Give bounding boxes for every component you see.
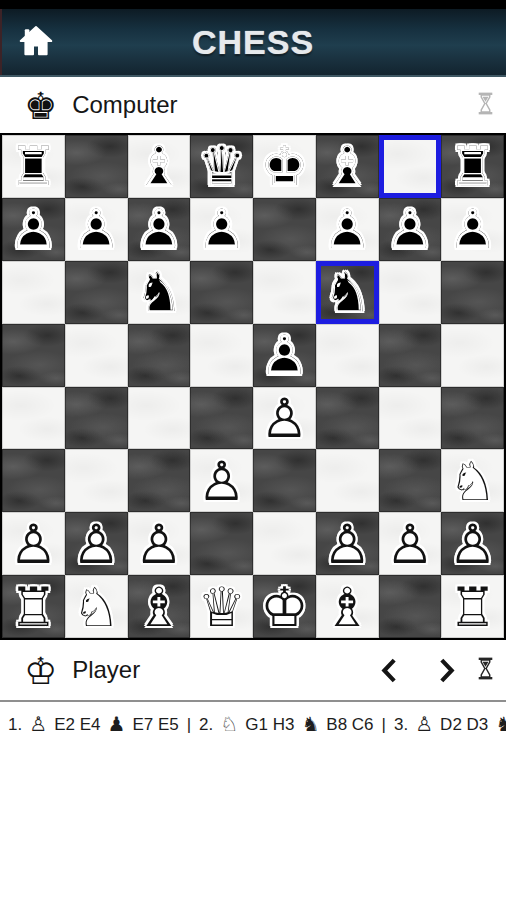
black-knight-icon: ♞ [495, 714, 506, 734]
square-a5[interactable] [2, 324, 65, 387]
next-move-button[interactable] [437, 657, 457, 684]
square-a3[interactable] [2, 449, 65, 512]
piece-white-knight: ♞ ♘ [441, 449, 504, 512]
piece-white-pawn: ♟ ♙ [65, 512, 128, 575]
piece-black-pawn: ♟ ♙ [253, 324, 316, 387]
square-e2[interactable] [253, 512, 316, 575]
square-f1[interactable]: ♝ ♗ [316, 575, 379, 638]
square-c1[interactable]: ♝ ♗ [128, 575, 191, 638]
square-b3[interactable] [65, 449, 128, 512]
square-f3[interactable] [316, 449, 379, 512]
square-b5[interactable] [65, 324, 128, 387]
square-e7[interactable] [253, 198, 316, 261]
move-separator: | [381, 715, 387, 735]
square-h4[interactable] [441, 387, 504, 450]
square-d4[interactable] [190, 387, 253, 450]
player-label: Player [72, 656, 140, 684]
square-c7[interactable]: ♟ ♙ [128, 198, 191, 261]
square-e8[interactable]: ♚ ♔ [253, 135, 316, 198]
square-f5[interactable] [316, 324, 379, 387]
square-a1[interactable]: ♜ ♖ [2, 575, 65, 638]
chevron-right-icon [437, 657, 457, 684]
piece-black-pawn: ♟ ♙ [379, 198, 442, 261]
square-h2[interactable]: ♟ ♙ [441, 512, 504, 575]
square-d1[interactable]: ♛ ♕ [190, 575, 253, 638]
square-c2[interactable]: ♟ ♙ [128, 512, 191, 575]
piece-white-pawn: ♟ ♙ [316, 512, 379, 575]
piece-black-bishop: ♝ ♗ [128, 135, 191, 198]
status-bar [0, 0, 506, 9]
square-f8[interactable]: ♝ ♗ [316, 135, 379, 198]
move-text: B8 C6 [326, 715, 373, 735]
black-king-icon: ♚ [24, 88, 57, 125]
square-f6-highlighted[interactable]: ♞ ♘ [316, 261, 379, 324]
square-b1[interactable]: ♞ ♘ [65, 575, 128, 638]
piece-white-bishop: ♝ ♗ [128, 575, 191, 638]
square-h5[interactable] [441, 324, 504, 387]
square-d3[interactable]: ♟ ♙ [190, 449, 253, 512]
hourglass-icon [477, 92, 494, 119]
square-g4[interactable] [379, 387, 442, 450]
chess-board: ♜ ♖ ♝ ♗ ♛ ♕ ♚ ♔ ♝ ♗ ♜ ♖ [0, 133, 506, 640]
move-text: E2 E4 [54, 715, 100, 735]
move-list: 1. ♙ E2 E4 ♟ E7 E5 | 2. ♘ G1 H3 ♞ B8 C6 … [0, 702, 506, 735]
app-header: CHESS [0, 9, 506, 77]
piece-black-rook: ♜ ♖ [2, 135, 65, 198]
square-e6[interactable] [253, 261, 316, 324]
square-h1[interactable]: ♜ ♖ [441, 575, 504, 638]
piece-black-king: ♚ ♔ [253, 135, 316, 198]
black-pawn-icon: ♟ [107, 714, 125, 734]
piece-black-bishop: ♝ ♗ [316, 135, 379, 198]
square-a6[interactable] [2, 261, 65, 324]
square-c3[interactable] [128, 449, 191, 512]
square-d5[interactable] [190, 324, 253, 387]
piece-black-pawn: ♟ ♙ [316, 198, 379, 261]
hourglass-icon [477, 657, 494, 684]
move-number: 2. [199, 715, 213, 735]
header-left-edge [0, 9, 2, 75]
move-text: E7 E5 [132, 715, 178, 735]
square-b4[interactable] [65, 387, 128, 450]
page-title: CHESS [192, 23, 314, 62]
home-button[interactable] [16, 25, 56, 59]
square-h7[interactable]: ♟ ♙ [441, 198, 504, 261]
computer-label: Computer [72, 91, 177, 119]
square-h3[interactable]: ♞ ♘ [441, 449, 504, 512]
square-b6[interactable] [65, 261, 128, 324]
square-h8[interactable]: ♜ ♖ [441, 135, 504, 198]
move-text: D2 D3 [440, 715, 488, 735]
square-a7[interactable]: ♟ ♙ [2, 198, 65, 261]
square-c6[interactable]: ♞ ♘ [128, 261, 191, 324]
square-f2[interactable]: ♟ ♙ [316, 512, 379, 575]
square-f4[interactable] [316, 387, 379, 450]
move-separator: | [186, 715, 192, 735]
piece-black-pawn: ♟ ♙ [128, 198, 191, 261]
move-number: 3. [394, 715, 408, 735]
square-a2[interactable]: ♟ ♙ [2, 512, 65, 575]
piece-black-knight: ♞ ♘ [128, 261, 191, 324]
piece-black-pawn: ♟ ♙ [2, 198, 65, 261]
piece-black-rook: ♜ ♖ [441, 135, 504, 198]
piece-black-knight: ♞ ♘ [316, 261, 379, 324]
square-d2[interactable] [190, 512, 253, 575]
square-e5[interactable]: ♟ ♙ [253, 324, 316, 387]
square-g8-highlighted[interactable] [379, 135, 442, 198]
piece-black-pawn: ♟ ♙ [65, 198, 128, 261]
square-g2[interactable]: ♟ ♙ [379, 512, 442, 575]
square-c5[interactable] [128, 324, 191, 387]
square-b8[interactable] [65, 135, 128, 198]
chevron-left-icon [379, 657, 399, 684]
square-f7[interactable]: ♟ ♙ [316, 198, 379, 261]
black-knight-icon: ♞ [301, 714, 319, 734]
white-knight-icon: ♘ [220, 714, 238, 734]
move-number: 1. [8, 715, 22, 735]
piece-white-pawn: ♟ ♙ [379, 512, 442, 575]
square-c8[interactable]: ♝ ♗ [128, 135, 191, 198]
computer-row: ♚ Computer [0, 77, 506, 133]
square-d6[interactable] [190, 261, 253, 324]
square-g1[interactable] [379, 575, 442, 638]
white-pawn-icon: ♙ [29, 714, 47, 734]
piece-black-pawn: ♟ ♙ [441, 198, 504, 261]
piece-white-queen: ♛ ♕ [190, 575, 253, 638]
square-d8[interactable]: ♛ ♕ [190, 135, 253, 198]
square-e1[interactable]: ♚ ♔ [253, 575, 316, 638]
piece-white-rook: ♜ ♖ [2, 575, 65, 638]
piece-white-pawn: ♟ ♙ [2, 512, 65, 575]
piece-black-pawn: ♟ ♙ [190, 198, 253, 261]
square-c4[interactable] [128, 387, 191, 450]
square-g5[interactable] [379, 324, 442, 387]
piece-white-knight: ♞ ♘ [65, 575, 128, 638]
piece-white-pawn: ♟ ♙ [128, 512, 191, 575]
move-text: G1 H3 [245, 715, 294, 735]
piece-white-pawn: ♟ ♙ [253, 387, 316, 450]
white-pawn-icon: ♙ [415, 714, 433, 734]
square-g3[interactable] [379, 449, 442, 512]
player-row: ♔ Player [0, 640, 506, 700]
square-g6[interactable] [379, 261, 442, 324]
piece-white-pawn: ♟ ♙ [190, 449, 253, 512]
square-b7[interactable]: ♟ ♙ [65, 198, 128, 261]
piece-white-bishop: ♝ ♗ [316, 575, 379, 638]
square-d7[interactable]: ♟ ♙ [190, 198, 253, 261]
piece-white-pawn: ♟ ♙ [441, 512, 504, 575]
square-b2[interactable]: ♟ ♙ [65, 512, 128, 575]
square-h6[interactable] [441, 261, 504, 324]
white-king-icon: ♔ [24, 653, 57, 690]
piece-white-rook: ♜ ♖ [441, 575, 504, 638]
square-a4[interactable] [2, 387, 65, 450]
square-e3[interactable] [253, 449, 316, 512]
square-a8[interactable]: ♜ ♖ [2, 135, 65, 198]
prev-move-button[interactable] [379, 657, 399, 684]
piece-black-queen: ♛ ♕ [190, 135, 253, 198]
square-e4[interactable]: ♟ ♙ [253, 387, 316, 450]
square-g7[interactable]: ♟ ♙ [379, 198, 442, 261]
home-icon [18, 25, 54, 61]
piece-white-king: ♚ ♔ [253, 575, 316, 638]
